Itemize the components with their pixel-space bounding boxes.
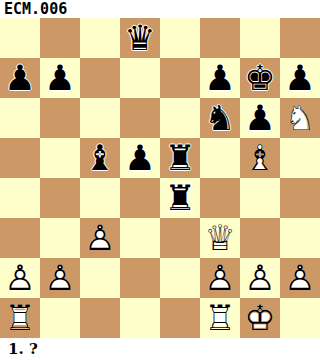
square-h6[interactable]: ♞♘ — [280, 98, 320, 138]
piece-white-pawn[interactable]: ♟♙ — [0, 258, 40, 298]
move-prompt: 1. ? — [8, 340, 38, 358]
square-g7[interactable]: ♚ — [240, 58, 280, 98]
square-g5[interactable]: ♝♗ — [240, 138, 280, 178]
piece-black-bishop[interactable]: ♝ — [80, 138, 120, 178]
piece-white-bishop[interactable]: ♝♗ — [240, 138, 280, 178]
square-c2[interactable] — [80, 258, 120, 298]
square-c3[interactable]: ♟♙ — [80, 218, 120, 258]
square-h7[interactable]: ♟ — [280, 58, 320, 98]
piece-white-pawn[interactable]: ♟♙ — [40, 258, 80, 298]
square-c6[interactable] — [80, 98, 120, 138]
diagram-title: ECM.006 — [4, 0, 67, 18]
piece-outline-layer: ♘ — [280, 98, 320, 138]
square-a8[interactable] — [0, 18, 40, 58]
square-g4[interactable] — [240, 178, 280, 218]
square-e4[interactable]: ♜ — [160, 178, 200, 218]
square-a4[interactable] — [0, 178, 40, 218]
square-b6[interactable] — [40, 98, 80, 138]
piece-white-queen[interactable]: ♛♕ — [200, 218, 240, 258]
square-c7[interactable] — [80, 58, 120, 98]
square-a6[interactable] — [0, 98, 40, 138]
piece-outline-layer: ♙ — [40, 258, 80, 298]
square-h2[interactable]: ♟♙ — [280, 258, 320, 298]
square-a7[interactable]: ♟ — [0, 58, 40, 98]
square-e1[interactable] — [160, 298, 200, 338]
piece-outline-layer: ♙ — [240, 258, 280, 298]
square-b4[interactable] — [40, 178, 80, 218]
square-h4[interactable] — [280, 178, 320, 218]
piece-white-rook[interactable]: ♜♖ — [200, 298, 240, 338]
piece-outline-layer: ♙ — [0, 258, 40, 298]
piece-outline-layer: ♖ — [0, 298, 40, 338]
title-bar: ECM.006 — [0, 0, 320, 18]
chess-board: ♛♟♟♟♚♟♞♟♞♘♝♟♜♝♗♜♟♙♛♕♟♙♟♙♟♙♟♙♟♙♜♖♜♖♚♔ — [0, 18, 320, 338]
piece-outline-layer: ♗ — [240, 138, 280, 178]
square-f4[interactable] — [200, 178, 240, 218]
square-a1[interactable]: ♜♖ — [0, 298, 40, 338]
square-f7[interactable]: ♟ — [200, 58, 240, 98]
piece-white-pawn[interactable]: ♟♙ — [280, 258, 320, 298]
piece-outline-layer: ♙ — [80, 218, 120, 258]
square-h1[interactable] — [280, 298, 320, 338]
square-f2[interactable]: ♟♙ — [200, 258, 240, 298]
square-h3[interactable] — [280, 218, 320, 258]
piece-white-knight[interactable]: ♞♘ — [280, 98, 320, 138]
square-g1[interactable]: ♚♔ — [240, 298, 280, 338]
square-d7[interactable] — [120, 58, 160, 98]
piece-white-pawn[interactable]: ♟♙ — [80, 218, 120, 258]
square-d6[interactable] — [120, 98, 160, 138]
square-e2[interactable] — [160, 258, 200, 298]
square-g8[interactable] — [240, 18, 280, 58]
piece-black-pawn[interactable]: ♟ — [120, 138, 160, 178]
piece-white-king[interactable]: ♚♔ — [240, 298, 280, 338]
square-b5[interactable] — [40, 138, 80, 178]
square-c4[interactable] — [80, 178, 120, 218]
square-e6[interactable] — [160, 98, 200, 138]
square-e7[interactable] — [160, 58, 200, 98]
square-f5[interactable] — [200, 138, 240, 178]
piece-black-queen[interactable]: ♛ — [120, 18, 160, 58]
square-d3[interactable] — [120, 218, 160, 258]
square-e3[interactable] — [160, 218, 200, 258]
square-c1[interactable] — [80, 298, 120, 338]
piece-white-rook[interactable]: ♜♖ — [0, 298, 40, 338]
piece-white-pawn[interactable]: ♟♙ — [200, 258, 240, 298]
square-c5[interactable]: ♝ — [80, 138, 120, 178]
square-d2[interactable] — [120, 258, 160, 298]
square-b2[interactable]: ♟♙ — [40, 258, 80, 298]
square-a5[interactable] — [0, 138, 40, 178]
square-b3[interactable] — [40, 218, 80, 258]
square-b7[interactable]: ♟ — [40, 58, 80, 98]
square-h8[interactable] — [280, 18, 320, 58]
square-d5[interactable]: ♟ — [120, 138, 160, 178]
status-bar: 1. ? — [0, 338, 320, 360]
square-b1[interactable] — [40, 298, 80, 338]
square-e8[interactable] — [160, 18, 200, 58]
piece-outline-layer: ♕ — [200, 218, 240, 258]
piece-outline-layer: ♙ — [200, 258, 240, 298]
piece-outline-layer: ♖ — [200, 298, 240, 338]
square-f3[interactable]: ♛♕ — [200, 218, 240, 258]
piece-outline-layer: ♙ — [280, 258, 320, 298]
square-g6[interactable]: ♟ — [240, 98, 280, 138]
square-b8[interactable] — [40, 18, 80, 58]
piece-outline-layer: ♔ — [240, 298, 280, 338]
piece-black-king[interactable]: ♚ — [240, 58, 280, 98]
piece-black-pawn[interactable]: ♟ — [0, 58, 40, 98]
piece-black-pawn[interactable]: ♟ — [240, 98, 280, 138]
square-g3[interactable] — [240, 218, 280, 258]
piece-black-rook[interactable]: ♜ — [160, 138, 200, 178]
piece-black-knight[interactable]: ♞ — [200, 98, 240, 138]
square-a3[interactable] — [0, 218, 40, 258]
square-c8[interactable] — [80, 18, 120, 58]
piece-black-pawn[interactable]: ♟ — [280, 58, 320, 98]
square-a2[interactable]: ♟♙ — [0, 258, 40, 298]
piece-white-pawn[interactable]: ♟♙ — [240, 258, 280, 298]
square-e5[interactable]: ♜ — [160, 138, 200, 178]
square-f8[interactable] — [200, 18, 240, 58]
piece-black-pawn[interactable]: ♟ — [200, 58, 240, 98]
square-f1[interactable]: ♜♖ — [200, 298, 240, 338]
piece-black-pawn[interactable]: ♟ — [40, 58, 80, 98]
square-d1[interactable] — [120, 298, 160, 338]
square-f6[interactable]: ♞ — [200, 98, 240, 138]
square-h5[interactable] — [280, 138, 320, 178]
piece-black-rook[interactable]: ♜ — [160, 178, 200, 218]
square-d4[interactable] — [120, 178, 160, 218]
square-g2[interactable]: ♟♙ — [240, 258, 280, 298]
square-d8[interactable]: ♛ — [120, 18, 160, 58]
